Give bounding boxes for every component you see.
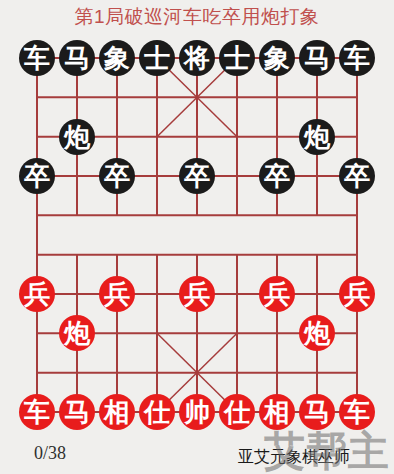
piece-red-帅[interactable]: 帅 [179, 394, 215, 430]
piece-red-仕[interactable]: 仕 [219, 394, 255, 430]
piece-black-炮[interactable]: 炮 [59, 119, 95, 155]
piece-black-车[interactable]: 车 [339, 40, 375, 76]
piece-black-将[interactable]: 将 [179, 40, 215, 76]
piece-black-马[interactable]: 马 [59, 40, 95, 76]
piece-black-卒[interactable]: 卒 [99, 158, 135, 194]
xiangqi-board[interactable]: 车马象士将士象马车炮炮卒卒卒卒卒兵兵兵兵兵炮炮车马相仕帅仕相马车 [0, 0, 394, 474]
piece-red-炮[interactable]: 炮 [299, 315, 335, 351]
piece-red-兵[interactable]: 兵 [259, 276, 295, 312]
piece-black-士[interactable]: 士 [219, 40, 255, 76]
piece-red-车[interactable]: 车 [19, 394, 55, 430]
piece-red-仕[interactable]: 仕 [139, 394, 175, 430]
watermark-text: 艾帮主 [264, 424, 390, 474]
piece-black-象[interactable]: 象 [259, 40, 295, 76]
piece-red-马[interactable]: 马 [59, 394, 95, 430]
piece-black-卒[interactable]: 卒 [19, 158, 55, 194]
piece-black-士[interactable]: 士 [139, 40, 175, 76]
piece-black-卒[interactable]: 卒 [179, 158, 215, 194]
move-counter: 0/38 [34, 443, 66, 464]
piece-red-兵[interactable]: 兵 [19, 276, 55, 312]
piece-black-车[interactable]: 车 [19, 40, 55, 76]
piece-black-卒[interactable]: 卒 [339, 158, 375, 194]
piece-black-象[interactable]: 象 [99, 40, 135, 76]
piece-red-相[interactable]: 相 [99, 394, 135, 430]
piece-black-卒[interactable]: 卒 [259, 158, 295, 194]
piece-black-马[interactable]: 马 [299, 40, 335, 76]
piece-red-兵[interactable]: 兵 [339, 276, 375, 312]
piece-red-兵[interactable]: 兵 [99, 276, 135, 312]
piece-red-炮[interactable]: 炮 [59, 315, 95, 351]
piece-black-炮[interactable]: 炮 [299, 119, 335, 155]
piece-red-兵[interactable]: 兵 [179, 276, 215, 312]
